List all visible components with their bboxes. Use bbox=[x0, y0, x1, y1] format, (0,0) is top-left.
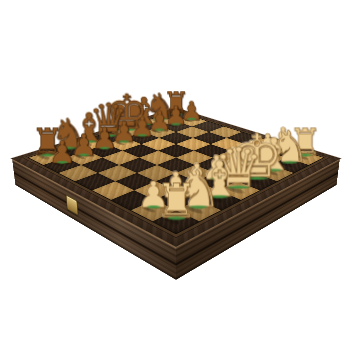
felt-base bbox=[99, 147, 111, 150]
felt-base bbox=[167, 216, 186, 220]
felt-base bbox=[137, 134, 148, 137]
felt-base bbox=[118, 140, 129, 143]
product-photo-scene: ♜♞♝♛♚♝♞♜♟♟♟♟♟♟♟♟♟♟♟♟♟♟♟♟♜♞♝♛♚♝♞♜ bbox=[0, 0, 350, 350]
piece-glyph: ♟ bbox=[47, 139, 78, 165]
felt-base bbox=[56, 161, 68, 164]
piece-glyph: ♜ bbox=[153, 182, 200, 221]
brass-clasp bbox=[66, 194, 78, 215]
felt-base bbox=[78, 153, 90, 156]
